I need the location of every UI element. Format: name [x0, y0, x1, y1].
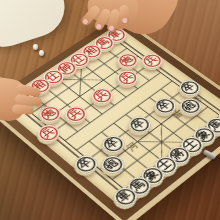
- right-hand-thumb: [119, 5, 129, 25]
- piece-character: 卒: [76, 157, 93, 170]
- piece-character: 兵: [93, 90, 109, 102]
- piece-character: 砲: [181, 100, 197, 112]
- scene: 楚 河 漢 界 車馬相仕帥仕相馬車炮炮兵兵兵兵兵卒卒卒卒卒砲砲車馬象士將士象馬車: [0, 0, 220, 220]
- left-hand-finger: [12, 104, 35, 115]
- piece-character: 兵: [143, 55, 159, 66]
- piece-character: 車: [116, 189, 134, 203]
- piece-character: 卒: [130, 118, 146, 130]
- piece-character: 兵: [119, 72, 135, 83]
- piece-character: 卒: [156, 100, 172, 112]
- piece-character: 炮: [119, 55, 135, 66]
- piece-character: 卒: [104, 137, 121, 150]
- piece-character: 卒: [181, 82, 197, 94]
- piece-character: 炮: [41, 108, 57, 120]
- piece-character: 兵: [39, 127, 56, 140]
- piece-character: 兵: [67, 108, 83, 120]
- glass-bead: [39, 50, 44, 56]
- piece-character: 砲: [103, 158, 120, 171]
- glass-bead: [33, 44, 38, 50]
